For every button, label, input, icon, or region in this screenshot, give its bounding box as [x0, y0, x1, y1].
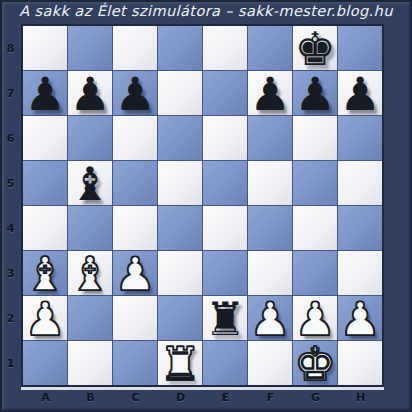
square-f4[interactable] [248, 206, 292, 250]
piece-white-rook-d1[interactable]: ♜ [159, 340, 200, 386]
square-f1[interactable] [248, 341, 292, 385]
square-c3[interactable]: ♟ [113, 251, 157, 295]
piece-black-pawn-g7[interactable]: ♟ [294, 70, 335, 116]
square-a8[interactable] [23, 26, 67, 70]
square-e7[interactable] [203, 71, 247, 115]
file-label-a: A [23, 391, 68, 404]
square-f8[interactable] [248, 26, 292, 70]
square-f2[interactable]: ♟ [248, 296, 292, 340]
square-c5[interactable] [113, 161, 157, 205]
square-b4[interactable] [68, 206, 112, 250]
square-h4[interactable] [338, 206, 382, 250]
square-b1[interactable] [68, 341, 112, 385]
square-f3[interactable] [248, 251, 292, 295]
piece-white-king-g1[interactable]: ♚ [294, 340, 335, 386]
square-h7[interactable]: ♟ [338, 71, 382, 115]
square-c6[interactable] [113, 116, 157, 160]
square-b8[interactable] [68, 26, 112, 70]
piece-black-pawn-c7[interactable]: ♟ [114, 70, 155, 116]
piece-white-pawn-a2[interactable]: ♟ [24, 295, 65, 341]
file-labels: ABCDEFGH [23, 391, 383, 404]
chess-board: ♚♟♟♟♟♟♟♝♝♝♟♟♜♟♟♟♜♚ [21, 24, 384, 387]
rank-label-6: 6 [0, 116, 21, 161]
rank-labels: 87654321 [0, 26, 21, 386]
piece-black-pawn-f7[interactable]: ♟ [249, 70, 290, 116]
square-h5[interactable] [338, 161, 382, 205]
square-e5[interactable] [203, 161, 247, 205]
file-label-b: B [68, 391, 113, 404]
rank-label-2: 2 [0, 296, 21, 341]
square-e8[interactable] [203, 26, 247, 70]
square-g1[interactable]: ♚ [293, 341, 337, 385]
square-c2[interactable] [113, 296, 157, 340]
rank-label-3: 3 [0, 251, 21, 296]
piece-white-pawn-g2[interactable]: ♟ [294, 295, 335, 341]
square-b7[interactable]: ♟ [68, 71, 112, 115]
square-h8[interactable] [338, 26, 382, 70]
square-c7[interactable]: ♟ [113, 71, 157, 115]
square-d8[interactable] [158, 26, 202, 70]
rank-label-7: 7 [0, 71, 21, 116]
square-h3[interactable] [338, 251, 382, 295]
rank-label-8: 8 [0, 26, 21, 71]
piece-black-rook-e2[interactable]: ♜ [204, 295, 245, 341]
square-g7[interactable]: ♟ [293, 71, 337, 115]
rank-label-1: 1 [0, 341, 21, 386]
square-g3[interactable] [293, 251, 337, 295]
square-e3[interactable] [203, 251, 247, 295]
square-h2[interactable]: ♟ [338, 296, 382, 340]
square-d3[interactable] [158, 251, 202, 295]
piece-white-pawn-c3[interactable]: ♟ [114, 250, 155, 296]
square-c4[interactable] [113, 206, 157, 250]
file-label-f: F [248, 391, 293, 404]
piece-black-king-g8[interactable]: ♚ [294, 25, 335, 71]
square-b3[interactable]: ♝ [68, 251, 112, 295]
square-d1[interactable]: ♜ [158, 341, 202, 385]
file-label-h: H [338, 391, 383, 404]
square-a3[interactable]: ♝ [23, 251, 67, 295]
square-f7[interactable]: ♟ [248, 71, 292, 115]
piece-white-pawn-f2[interactable]: ♟ [249, 295, 290, 341]
file-label-e: E [203, 391, 248, 404]
square-f5[interactable] [248, 161, 292, 205]
square-d7[interactable] [158, 71, 202, 115]
square-b5[interactable]: ♝ [68, 161, 112, 205]
square-h6[interactable] [338, 116, 382, 160]
square-e6[interactable] [203, 116, 247, 160]
square-d4[interactable] [158, 206, 202, 250]
square-e1[interactable] [203, 341, 247, 385]
square-e4[interactable] [203, 206, 247, 250]
rank-label-5: 5 [0, 161, 21, 206]
piece-black-pawn-b7[interactable]: ♟ [69, 70, 110, 116]
square-a7[interactable]: ♟ [23, 71, 67, 115]
square-a6[interactable] [23, 116, 67, 160]
window-title: A sakk az Élet szimulátora – sakk-mester… [0, 3, 412, 19]
square-d6[interactable] [158, 116, 202, 160]
piece-white-bishop-b3[interactable]: ♝ [69, 250, 110, 296]
square-g2[interactable]: ♟ [293, 296, 337, 340]
file-label-g: G [293, 391, 338, 404]
piece-black-pawn-a7[interactable]: ♟ [24, 70, 65, 116]
chess-diagram-window: A sakk az Élet szimulátora – sakk-mester… [0, 0, 412, 412]
square-b6[interactable] [68, 116, 112, 160]
file-label-d: D [158, 391, 203, 404]
square-g5[interactable] [293, 161, 337, 205]
piece-black-pawn-h7[interactable]: ♟ [339, 70, 380, 116]
square-g4[interactable] [293, 206, 337, 250]
piece-black-bishop-b5[interactable]: ♝ [69, 160, 110, 206]
square-c8[interactable] [113, 26, 157, 70]
rank-label-4: 4 [0, 206, 21, 251]
square-a4[interactable] [23, 206, 67, 250]
square-g8[interactable]: ♚ [293, 26, 337, 70]
square-g6[interactable] [293, 116, 337, 160]
piece-white-bishop-a3[interactable]: ♝ [24, 250, 65, 296]
piece-white-pawn-h2[interactable]: ♟ [339, 295, 380, 341]
square-d2[interactable] [158, 296, 202, 340]
square-b2[interactable] [68, 296, 112, 340]
square-c1[interactable] [113, 341, 157, 385]
square-d5[interactable] [158, 161, 202, 205]
square-h1[interactable] [338, 341, 382, 385]
square-a1[interactable] [23, 341, 67, 385]
square-a5[interactable] [23, 161, 67, 205]
square-f6[interactable] [248, 116, 292, 160]
file-label-c: C [113, 391, 158, 404]
square-e2[interactable]: ♜ [203, 296, 247, 340]
square-a2[interactable]: ♟ [23, 296, 67, 340]
